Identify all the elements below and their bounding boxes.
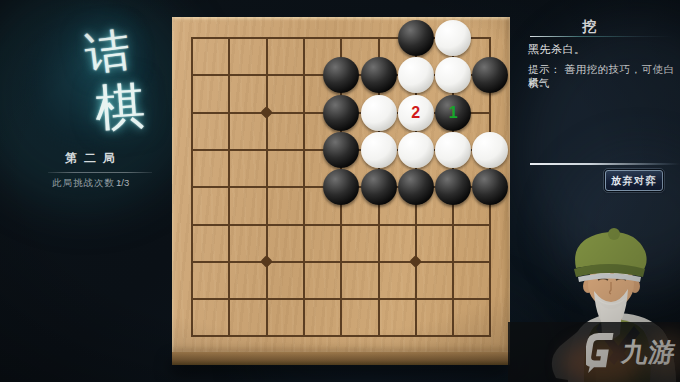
black-stone — [361, 57, 397, 93]
hoshi-point — [260, 255, 273, 268]
objective-text: 黑先杀白。 — [528, 42, 586, 57]
board-side-bevel — [172, 352, 510, 365]
black-stone — [472, 57, 508, 93]
attempts-value: 1/3 — [116, 177, 129, 188]
round-label: 第二局 — [20, 150, 160, 167]
give-up-button[interactable]: 放弃对弈 — [605, 170, 663, 191]
technique-title: 挖 — [526, 18, 654, 36]
left-divider — [48, 172, 152, 173]
nine-game-logo-text: 九游 — [619, 332, 679, 372]
watermark-band: 九游 — [508, 322, 680, 382]
action-divider — [530, 163, 680, 165]
black-stone — [323, 95, 359, 131]
game-screen: 诘 棋 第二局 此局挑战次数： 1/3 12 挖 黑先杀白。 提示： 善用挖的技… — [0, 0, 680, 382]
attempts-label: 此局挑战次数： — [52, 177, 126, 190]
hint-text-line2: 紧。 — [528, 76, 680, 90]
go-board[interactable]: 12 — [172, 17, 510, 352]
move-number-label: 1 — [435, 95, 471, 131]
white-stone — [472, 132, 508, 168]
black-stone — [472, 169, 508, 205]
white-stone — [435, 132, 471, 168]
hoshi-point — [409, 255, 422, 268]
white-stone — [435, 57, 471, 93]
watermark-logo: 九游 — [586, 331, 676, 373]
black-stone — [398, 20, 434, 56]
black-stone — [361, 169, 397, 205]
white-stone — [398, 57, 434, 93]
technique-title-divider — [530, 36, 672, 37]
puzzle-title-calligraphy: 诘 棋 — [25, 6, 155, 148]
white-stone — [398, 132, 434, 168]
hoshi-point — [260, 106, 273, 119]
puzzle-title-char-2: 棋 — [93, 72, 148, 142]
black-stone — [323, 57, 359, 93]
black-stone — [435, 169, 471, 205]
black-stone — [323, 132, 359, 168]
white-stone — [361, 95, 397, 131]
grid-line-horizontal — [191, 335, 491, 337]
grid-line-horizontal — [191, 298, 491, 300]
nine-game-logo-icon — [586, 331, 616, 373]
black-stone — [323, 169, 359, 205]
grid-line-horizontal — [191, 261, 491, 263]
white-stone — [435, 20, 471, 56]
grid-line-horizontal — [191, 224, 491, 226]
move-number-label: 2 — [398, 95, 434, 131]
white-stone — [361, 132, 397, 168]
black-stone — [398, 169, 434, 205]
